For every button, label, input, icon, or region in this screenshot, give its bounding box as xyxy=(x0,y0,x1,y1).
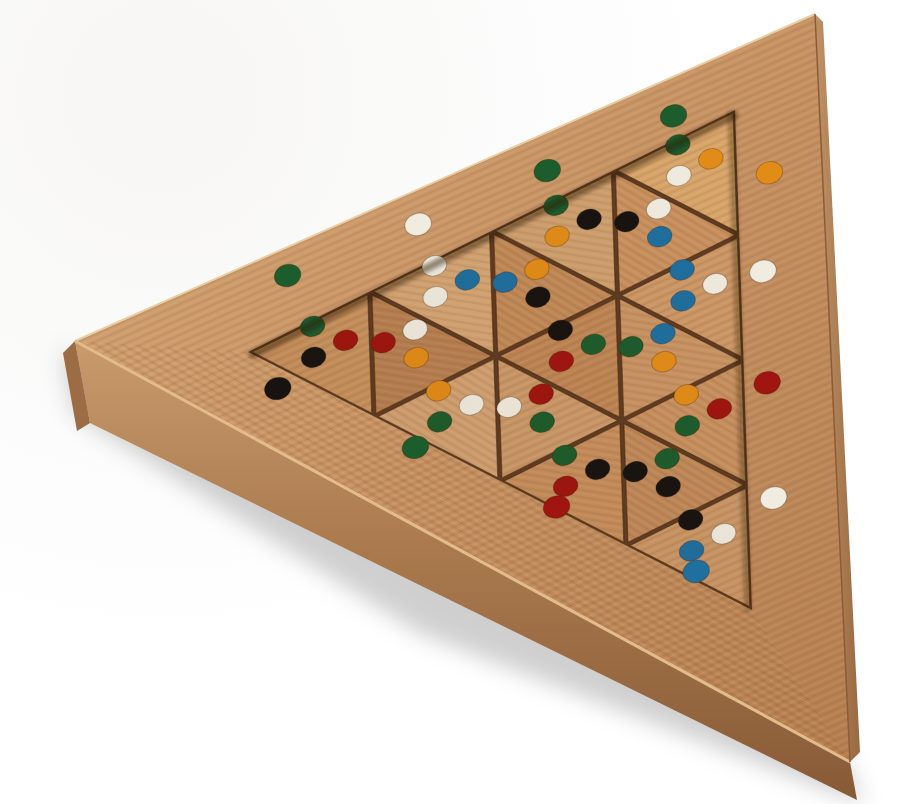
triangle-puzzle-board xyxy=(0,0,900,804)
product-photo-stage xyxy=(0,0,900,804)
